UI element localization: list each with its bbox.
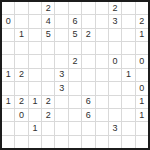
grid-cell-clue[interactable]: 0: [109, 55, 121, 67]
grid-cell[interactable]: [69, 122, 81, 134]
grid-cell[interactable]: [109, 82, 121, 94]
grid-cell[interactable]: [122, 109, 134, 121]
grid-cell[interactable]: [55, 2, 67, 14]
grid-cell-clue[interactable]: 1: [29, 96, 41, 108]
grid-cell[interactable]: [29, 109, 41, 121]
grid-cell[interactable]: [29, 29, 41, 41]
grid-cell[interactable]: [29, 42, 41, 54]
grid-cell[interactable]: [29, 136, 41, 148]
grid-cell[interactable]: [96, 42, 108, 54]
grid-cell-clue[interactable]: 2: [15, 69, 27, 81]
grid-cell[interactable]: [55, 96, 67, 108]
grid-cell[interactable]: [109, 29, 121, 41]
grid-cell[interactable]: [96, 136, 108, 148]
grid-cell-clue[interactable]: 2: [82, 29, 94, 41]
grid-cell[interactable]: [2, 55, 14, 67]
grid-cell[interactable]: [96, 82, 108, 94]
grid-cell[interactable]: [69, 69, 81, 81]
grid-cell[interactable]: [122, 55, 134, 67]
grid-cell-clue[interactable]: 4: [42, 15, 54, 27]
grid-cell[interactable]: [29, 82, 41, 94]
grid-cell[interactable]: [122, 42, 134, 54]
grid-cell[interactable]: [55, 55, 67, 67]
grid-cell[interactable]: [109, 109, 121, 121]
grid-cell[interactable]: [2, 122, 14, 134]
grid-cell-clue[interactable]: 2: [42, 2, 54, 14]
grid-cell-clue[interactable]: 1: [122, 69, 134, 81]
grid-cell-clue[interactable]: 1: [29, 122, 41, 134]
grid-cell-clue[interactable]: 1: [136, 29, 148, 41]
grid-cell[interactable]: [42, 82, 54, 94]
grid-cell[interactable]: [55, 15, 67, 27]
grid-cell[interactable]: [15, 55, 27, 67]
grid-cell[interactable]: [69, 96, 81, 108]
grid-cell[interactable]: [15, 15, 27, 27]
grid-cell[interactable]: [2, 136, 14, 148]
grid-cell[interactable]: [42, 42, 54, 54]
grid-cell[interactable]: [96, 122, 108, 134]
grid-cell[interactable]: [122, 29, 134, 41]
grid-cell[interactable]: [15, 136, 27, 148]
grid-cell[interactable]: [122, 2, 134, 14]
grid-cell-clue[interactable]: 1: [136, 96, 148, 108]
puzzle-page: 220463215521200123130121261026113: [0, 0, 150, 150]
grid-cell-clue[interactable]: 0: [136, 82, 148, 94]
grid-cell[interactable]: [82, 122, 94, 134]
grid-cell[interactable]: [122, 82, 134, 94]
grid-cell[interactable]: [122, 15, 134, 27]
grid-cell-clue[interactable]: 0: [2, 15, 14, 27]
grid-cell[interactable]: [82, 42, 94, 54]
grid-cell-clue[interactable]: 3: [55, 82, 67, 94]
grid-cell[interactable]: [82, 55, 94, 67]
grid-cell[interactable]: [29, 69, 41, 81]
grid-cell[interactable]: [96, 2, 108, 14]
grid-cell[interactable]: [15, 122, 27, 134]
grid-cell-clue[interactable]: 5: [69, 29, 81, 41]
grid-cell-clue[interactable]: 2: [42, 96, 54, 108]
grid-cell-clue[interactable]: 1: [136, 109, 148, 121]
grid-cell[interactable]: [96, 29, 108, 41]
grid-cell[interactable]: [42, 122, 54, 134]
grid-cell-clue[interactable]: 2: [15, 96, 27, 108]
grid-cell-clue[interactable]: 3: [109, 122, 121, 134]
grid-cell[interactable]: [96, 109, 108, 121]
grid-cell[interactable]: [122, 122, 134, 134]
grid-cell[interactable]: [42, 55, 54, 67]
grid-cell[interactable]: [96, 96, 108, 108]
grid-cell[interactable]: [109, 69, 121, 81]
grid-cell[interactable]: [136, 69, 148, 81]
grid-cell[interactable]: [55, 136, 67, 148]
grid-cell-clue[interactable]: 6: [69, 15, 81, 27]
grid-cell[interactable]: [2, 29, 14, 41]
grid-cell[interactable]: [29, 2, 41, 14]
grid-cell-clue[interactable]: 1: [2, 69, 14, 81]
grid-cell[interactable]: [136, 2, 148, 14]
grid-cell[interactable]: [55, 42, 67, 54]
grid-cell-clue[interactable]: 5: [42, 29, 54, 41]
grid-cell-clue[interactable]: 2: [69, 55, 81, 67]
grid-cell[interactable]: [15, 42, 27, 54]
grid-cell-clue[interactable]: 0: [136, 55, 148, 67]
grid-cell[interactable]: [82, 2, 94, 14]
grid-cell[interactable]: [2, 82, 14, 94]
grid-cell[interactable]: [2, 2, 14, 14]
grid-cell-clue[interactable]: 3: [109, 15, 121, 27]
grid-cell-clue[interactable]: 2: [42, 109, 54, 121]
grid-cell[interactable]: [122, 136, 134, 148]
grid-cell[interactable]: [15, 82, 27, 94]
grid-cell[interactable]: [82, 15, 94, 27]
grid-cell[interactable]: [55, 122, 67, 134]
grid-cell[interactable]: [29, 55, 41, 67]
grid-cell[interactable]: [2, 42, 14, 54]
grid-cell-clue[interactable]: 6: [82, 109, 94, 121]
grid-cell[interactable]: [136, 136, 148, 148]
grid-cell-clue[interactable]: 1: [2, 96, 14, 108]
grid-cell-clue[interactable]: 2: [109, 2, 121, 14]
grid-cell[interactable]: [69, 42, 81, 54]
grid-cell[interactable]: [96, 15, 108, 27]
grid-cell[interactable]: [69, 136, 81, 148]
grid-cell[interactable]: [55, 29, 67, 41]
grid-cell[interactable]: [82, 82, 94, 94]
grid-cell[interactable]: [69, 109, 81, 121]
grid-cell-clue[interactable]: 1: [15, 29, 27, 41]
grid-cell-clue[interactable]: 3: [55, 69, 67, 81]
grid-cell[interactable]: [42, 136, 54, 148]
grid-cell[interactable]: [109, 96, 121, 108]
grid-cell[interactable]: [122, 96, 134, 108]
grid-cell-clue[interactable]: 0: [15, 109, 27, 121]
grid-cell[interactable]: [96, 55, 108, 67]
grid-cell[interactable]: [136, 42, 148, 54]
grid-cell[interactable]: [69, 2, 81, 14]
grid-cell[interactable]: [82, 69, 94, 81]
grid-cell[interactable]: [109, 136, 121, 148]
grid-cell[interactable]: [109, 42, 121, 54]
grid-cell[interactable]: [55, 109, 67, 121]
grid-cell[interactable]: [29, 15, 41, 27]
grid-cell[interactable]: [96, 69, 108, 81]
puzzle-board: 220463215521200123130121261026113: [0, 0, 150, 150]
grid-cell[interactable]: [2, 109, 14, 121]
grid-cell[interactable]: [15, 2, 27, 14]
grid-cell[interactable]: [42, 69, 54, 81]
grid-cell-clue[interactable]: 6: [82, 96, 94, 108]
grid-cell[interactable]: [69, 82, 81, 94]
grid-cell[interactable]: [136, 122, 148, 134]
grid-cell[interactable]: [82, 136, 94, 148]
grid-cell-clue[interactable]: 2: [136, 15, 148, 27]
